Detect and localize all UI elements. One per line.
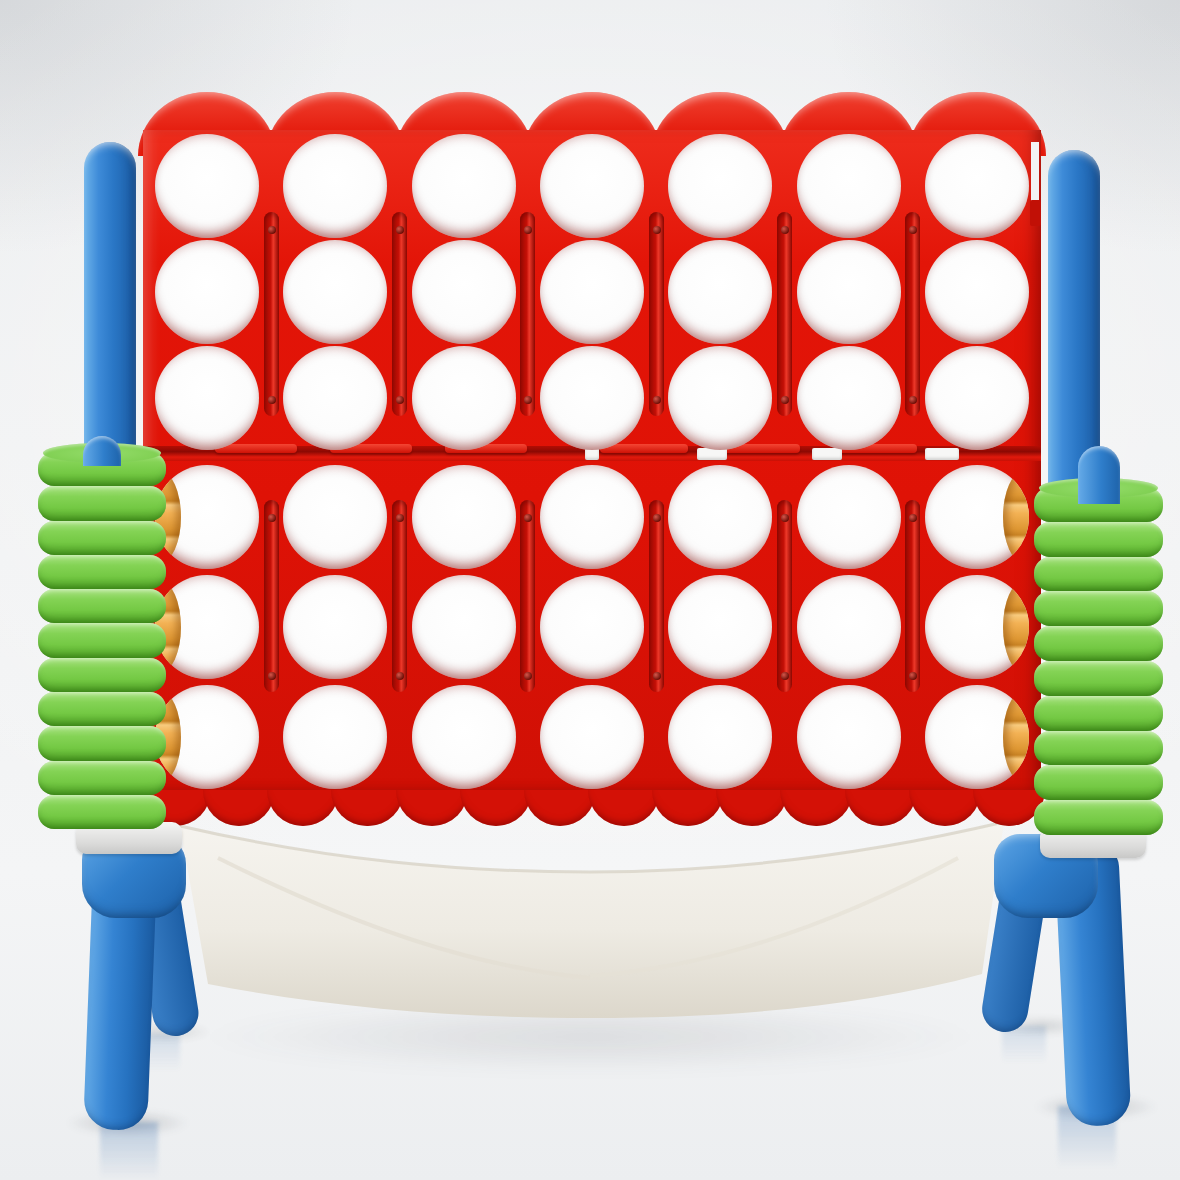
green-disc[interactable] bbox=[1034, 800, 1163, 835]
connect-four-board bbox=[0, 0, 1180, 1180]
screw bbox=[653, 672, 661, 680]
green-disc[interactable] bbox=[38, 623, 166, 657]
green-disc[interactable] bbox=[1034, 696, 1163, 731]
slot-c1-r2[interactable] bbox=[155, 240, 259, 344]
slot-c1-r3[interactable] bbox=[155, 346, 259, 450]
board-bottom-scallop bbox=[267, 790, 339, 826]
board-bottom-scallop bbox=[780, 790, 852, 826]
side-hinge-tab bbox=[1030, 200, 1041, 226]
column-groove bbox=[905, 212, 920, 416]
slot-c5-r5[interactable] bbox=[668, 575, 772, 679]
green-disc-stack-left bbox=[38, 452, 166, 829]
screw bbox=[268, 514, 276, 522]
board-bottom-scallop bbox=[588, 790, 660, 826]
green-disc[interactable] bbox=[1034, 765, 1163, 800]
slot-c3-r2[interactable] bbox=[412, 240, 516, 344]
green-disc[interactable] bbox=[38, 761, 166, 795]
slot-c3-r4[interactable] bbox=[412, 465, 516, 569]
screw bbox=[396, 672, 404, 680]
slot-c7-r3[interactable] bbox=[925, 346, 1029, 450]
slot-c1-r1[interactable] bbox=[155, 134, 259, 238]
slot-c4-r6[interactable] bbox=[540, 685, 644, 789]
slot-c6-r3[interactable] bbox=[797, 346, 901, 450]
screw bbox=[268, 396, 276, 404]
column-groove bbox=[264, 500, 279, 692]
slot-c6-r2[interactable] bbox=[797, 240, 901, 344]
board-bottom-scallop bbox=[845, 790, 917, 826]
green-disc[interactable] bbox=[38, 555, 166, 589]
slot-c1-r6[interactable] bbox=[155, 685, 259, 789]
screw bbox=[781, 226, 789, 234]
slot-c5-r2[interactable] bbox=[668, 240, 772, 344]
green-disc[interactable] bbox=[1034, 591, 1163, 626]
disc-peg bbox=[1078, 446, 1120, 504]
board-bottom-scallop bbox=[524, 790, 596, 826]
green-disc[interactable] bbox=[38, 589, 166, 623]
column-groove bbox=[777, 212, 792, 416]
column-groove bbox=[649, 500, 664, 692]
slot-c4-r1[interactable] bbox=[540, 134, 644, 238]
screw bbox=[781, 514, 789, 522]
slot-c1-r4[interactable] bbox=[155, 465, 259, 569]
column-groove bbox=[649, 212, 664, 416]
slot-c5-r1[interactable] bbox=[668, 134, 772, 238]
slot-c6-r6[interactable] bbox=[797, 685, 901, 789]
screw bbox=[781, 672, 789, 680]
slot-c5-r6[interactable] bbox=[668, 685, 772, 789]
green-disc[interactable] bbox=[1034, 522, 1163, 557]
green-disc[interactable] bbox=[38, 692, 166, 726]
green-disc[interactable] bbox=[1034, 661, 1163, 696]
hinge-latch-gap bbox=[812, 448, 842, 460]
column-groove bbox=[264, 212, 279, 416]
board-bottom-scallop bbox=[331, 790, 403, 826]
slot-c3-r5[interactable] bbox=[412, 575, 516, 679]
slot-c6-r4[interactable] bbox=[797, 465, 901, 569]
slot-c7-r1[interactable] bbox=[925, 134, 1029, 238]
board-bottom-scallop bbox=[652, 790, 724, 826]
green-disc[interactable] bbox=[38, 486, 166, 520]
green-disc-stack-right bbox=[1034, 487, 1163, 835]
screw bbox=[396, 514, 404, 522]
slot-c4-r2[interactable] bbox=[540, 240, 644, 344]
slot-c3-r6[interactable] bbox=[412, 685, 516, 789]
screw bbox=[653, 226, 661, 234]
slot-c7-r4[interactable] bbox=[925, 465, 1029, 569]
column-groove bbox=[520, 212, 535, 416]
slot-c2-r4[interactable] bbox=[283, 465, 387, 569]
board-bottom-scallop bbox=[203, 790, 275, 826]
giant-connect-four-scene: Empty Connect Four board: no discs have … bbox=[0, 0, 1180, 1180]
slot-c1-r5[interactable] bbox=[155, 575, 259, 679]
screw bbox=[653, 514, 661, 522]
slot-c3-r3[interactable] bbox=[412, 346, 516, 450]
slot-c5-r4[interactable] bbox=[668, 465, 772, 569]
screw bbox=[653, 396, 661, 404]
screw bbox=[781, 396, 789, 404]
slot-c7-r2[interactable] bbox=[925, 240, 1029, 344]
hinge-latch-gap bbox=[925, 448, 959, 460]
green-disc[interactable] bbox=[1034, 731, 1163, 766]
slot-c2-r3[interactable] bbox=[283, 346, 387, 450]
green-disc[interactable] bbox=[1034, 557, 1163, 592]
board-bottom-scallop bbox=[396, 790, 468, 826]
slot-c6-r1[interactable] bbox=[797, 134, 901, 238]
green-disc[interactable] bbox=[38, 726, 166, 760]
column-groove bbox=[905, 500, 920, 692]
screw bbox=[396, 396, 404, 404]
slot-c4-r4[interactable] bbox=[540, 465, 644, 569]
board-bottom-scallop bbox=[460, 790, 532, 826]
side-hinge-gap bbox=[1031, 142, 1039, 204]
screw bbox=[268, 672, 276, 680]
green-disc[interactable] bbox=[38, 521, 166, 555]
board-bottom-scallop bbox=[909, 790, 981, 826]
disc-peg bbox=[83, 436, 121, 466]
screw bbox=[268, 226, 276, 234]
column-groove bbox=[392, 212, 407, 416]
green-disc[interactable] bbox=[38, 795, 166, 829]
slot-c4-r3[interactable] bbox=[540, 346, 644, 450]
column-groove bbox=[777, 500, 792, 692]
column-groove bbox=[520, 500, 535, 692]
slot-c3-r1[interactable] bbox=[412, 134, 516, 238]
green-disc[interactable] bbox=[1034, 626, 1163, 661]
slot-c6-r5[interactable] bbox=[797, 575, 901, 679]
slot-c2-r5[interactable] bbox=[283, 575, 387, 679]
slot-c7-r5[interactable] bbox=[925, 575, 1029, 679]
board-bottom-scallop bbox=[716, 790, 788, 826]
column-groove bbox=[392, 500, 407, 692]
slot-c7-r6[interactable] bbox=[925, 685, 1029, 789]
slot-c2-r1[interactable] bbox=[283, 134, 387, 238]
slot-c2-r6[interactable] bbox=[283, 685, 387, 789]
slot-c5-r3[interactable] bbox=[668, 346, 772, 450]
green-disc[interactable] bbox=[38, 658, 166, 692]
slot-c2-r2[interactable] bbox=[283, 240, 387, 344]
slot-c4-r5[interactable] bbox=[540, 575, 644, 679]
screw bbox=[396, 226, 404, 234]
